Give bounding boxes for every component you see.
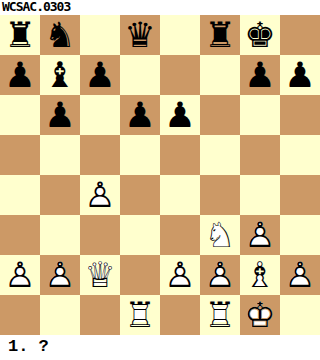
square-h4[interactable] (280, 175, 320, 215)
square-f7[interactable] (200, 55, 240, 95)
white-p-piece: ♙ (160, 255, 200, 295)
square-h2[interactable]: ♟♙ (280, 255, 320, 295)
square-b8[interactable]: ♞ (40, 15, 80, 55)
square-e3[interactable] (160, 215, 200, 255)
square-g3[interactable]: ♟♙ (240, 215, 280, 255)
square-f3[interactable]: ♞♘ (200, 215, 240, 255)
square-d1[interactable]: ♜♖ (120, 295, 160, 335)
square-b2[interactable]: ♟♙ (40, 255, 80, 295)
square-d6[interactable]: ♟ (120, 95, 160, 135)
black-q-piece: ♛ (120, 15, 160, 55)
black-p-piece: ♟ (280, 55, 320, 95)
square-g2[interactable]: ♝♗ (240, 255, 280, 295)
black-p-piece: ♟ (40, 95, 80, 135)
white-q-piece: ♕ (80, 255, 120, 295)
move-prompt: 1. ? (0, 335, 320, 360)
white-p-piece: ♙ (280, 255, 320, 295)
chess-board: ♜♞♛♜♚♟♝♟♟♟♟♟♟♟♙♞♘♟♙♟♙♟♙♛♕♟♙♟♙♝♗♟♙♜♖♜♖♚♔ (0, 15, 320, 335)
square-a5[interactable] (0, 135, 40, 175)
square-b6[interactable]: ♟ (40, 95, 80, 135)
square-d3[interactable] (120, 215, 160, 255)
square-c1[interactable] (80, 295, 120, 335)
square-a6[interactable] (0, 95, 40, 135)
square-e1[interactable] (160, 295, 200, 335)
square-c7[interactable]: ♟ (80, 55, 120, 95)
square-c4[interactable]: ♟♙ (80, 175, 120, 215)
white-k-piece: ♔ (240, 295, 280, 335)
square-g5[interactable] (240, 135, 280, 175)
puzzle-title: WCSAC.0303 (0, 0, 320, 15)
square-h6[interactable] (280, 95, 320, 135)
white-p-piece: ♙ (240, 215, 280, 255)
white-p-piece: ♙ (80, 175, 120, 215)
square-f4[interactable] (200, 175, 240, 215)
square-f5[interactable] (200, 135, 240, 175)
square-b3[interactable] (40, 215, 80, 255)
square-d4[interactable] (120, 175, 160, 215)
white-n-piece: ♘ (200, 215, 240, 255)
square-e2[interactable]: ♟♙ (160, 255, 200, 295)
square-a3[interactable] (0, 215, 40, 255)
black-p-piece: ♟ (160, 95, 200, 135)
square-g1[interactable]: ♚♔ (240, 295, 280, 335)
square-g4[interactable] (240, 175, 280, 215)
square-h8[interactable] (280, 15, 320, 55)
square-c8[interactable] (80, 15, 120, 55)
square-f8[interactable]: ♜ (200, 15, 240, 55)
square-h3[interactable] (280, 215, 320, 255)
white-p-piece: ♙ (40, 255, 80, 295)
square-e7[interactable] (160, 55, 200, 95)
square-b4[interactable] (40, 175, 80, 215)
square-a1[interactable] (0, 295, 40, 335)
square-e6[interactable]: ♟ (160, 95, 200, 135)
square-a4[interactable] (0, 175, 40, 215)
square-a7[interactable]: ♟ (0, 55, 40, 95)
white-r-piece: ♖ (200, 295, 240, 335)
black-p-piece: ♟ (80, 55, 120, 95)
square-d7[interactable] (120, 55, 160, 95)
white-r-piece: ♖ (120, 295, 160, 335)
square-c2[interactable]: ♛♕ (80, 255, 120, 295)
square-c5[interactable] (80, 135, 120, 175)
square-f1[interactable]: ♜♖ (200, 295, 240, 335)
white-p-piece: ♙ (0, 255, 40, 295)
square-a8[interactable]: ♜ (0, 15, 40, 55)
square-h5[interactable] (280, 135, 320, 175)
square-c6[interactable] (80, 95, 120, 135)
square-e4[interactable] (160, 175, 200, 215)
square-e8[interactable] (160, 15, 200, 55)
square-f6[interactable] (200, 95, 240, 135)
square-f2[interactable]: ♟♙ (200, 255, 240, 295)
square-b7[interactable]: ♝ (40, 55, 80, 95)
square-g7[interactable]: ♟ (240, 55, 280, 95)
square-b1[interactable] (40, 295, 80, 335)
square-e5[interactable] (160, 135, 200, 175)
square-h1[interactable] (280, 295, 320, 335)
square-d5[interactable] (120, 135, 160, 175)
black-r-piece: ♜ (0, 15, 40, 55)
square-c3[interactable] (80, 215, 120, 255)
square-d2[interactable] (120, 255, 160, 295)
square-g8[interactable]: ♚ (240, 15, 280, 55)
black-r-piece: ♜ (200, 15, 240, 55)
white-p-piece: ♙ (200, 255, 240, 295)
black-n-piece: ♞ (40, 15, 80, 55)
square-g6[interactable] (240, 95, 280, 135)
black-b-piece: ♝ (40, 55, 80, 95)
black-p-piece: ♟ (0, 55, 40, 95)
square-b5[interactable] (40, 135, 80, 175)
black-k-piece: ♚ (240, 15, 280, 55)
square-a2[interactable]: ♟♙ (0, 255, 40, 295)
white-b-piece: ♗ (240, 255, 280, 295)
square-d8[interactable]: ♛ (120, 15, 160, 55)
black-p-piece: ♟ (120, 95, 160, 135)
square-h7[interactable]: ♟ (280, 55, 320, 95)
black-p-piece: ♟ (240, 55, 280, 95)
